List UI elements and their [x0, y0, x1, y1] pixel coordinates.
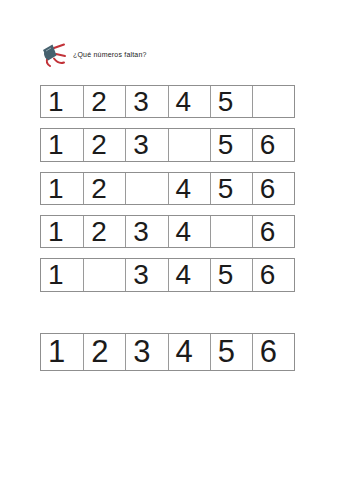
number-cell: 4	[168, 334, 210, 370]
puzzle-row-3: 1 2 4 5 6	[40, 172, 295, 205]
number-cell: 6	[252, 173, 294, 204]
number-cell: 2	[83, 129, 125, 161]
number-cell: 1	[41, 86, 83, 117]
answer-input-cell[interactable]	[210, 216, 252, 247]
number-cell: 2	[83, 86, 125, 117]
number-cell: 5	[210, 129, 252, 161]
number-cell: 3	[125, 129, 167, 161]
number-cell: 5	[210, 86, 252, 117]
answer-input-cell[interactable]	[168, 129, 210, 161]
number-cell: 4	[168, 216, 210, 247]
puzzle-row-2: 1 2 3 5 6	[40, 128, 295, 162]
number-cell: 6	[252, 216, 294, 247]
prompt-text: ¿Qué números faltan?	[73, 51, 147, 58]
number-cell: 2	[83, 173, 125, 204]
number-cell: 3	[125, 334, 167, 370]
number-cell: 4	[168, 86, 210, 117]
number-cell: 6	[252, 259, 294, 291]
number-cell: 6	[252, 129, 294, 161]
number-cell: 2	[83, 334, 125, 370]
number-cell: 6	[252, 334, 294, 370]
number-cell: 4	[168, 259, 210, 291]
answer-input-cell[interactable]	[125, 173, 167, 204]
number-cell: 4	[168, 173, 210, 204]
puzzle-row-1: 1 2 3 4 5	[40, 85, 295, 118]
audio-speaker-button[interactable]	[40, 41, 68, 69]
reference-row: 1 2 3 4 5 6	[40, 333, 295, 371]
number-cell: 5	[210, 173, 252, 204]
puzzle-row-4: 1 2 3 4 6	[40, 215, 295, 248]
answer-input-cell[interactable]	[83, 259, 125, 291]
number-cell: 1	[41, 334, 83, 370]
number-cell: 1	[41, 216, 83, 247]
number-cell: 2	[83, 216, 125, 247]
puzzle-row-5: 1 3 4 5 6	[40, 258, 295, 292]
number-cell: 3	[125, 259, 167, 291]
number-cell: 3	[125, 216, 167, 247]
number-cell: 5	[210, 334, 252, 370]
number-cell: 1	[41, 129, 83, 161]
speaker-megaphone-icon	[40, 55, 68, 72]
number-cell: 1	[41, 259, 83, 291]
answer-input-cell[interactable]	[252, 86, 294, 117]
number-cell: 5	[210, 259, 252, 291]
number-cell: 3	[125, 86, 167, 117]
number-cell: 1	[41, 173, 83, 204]
